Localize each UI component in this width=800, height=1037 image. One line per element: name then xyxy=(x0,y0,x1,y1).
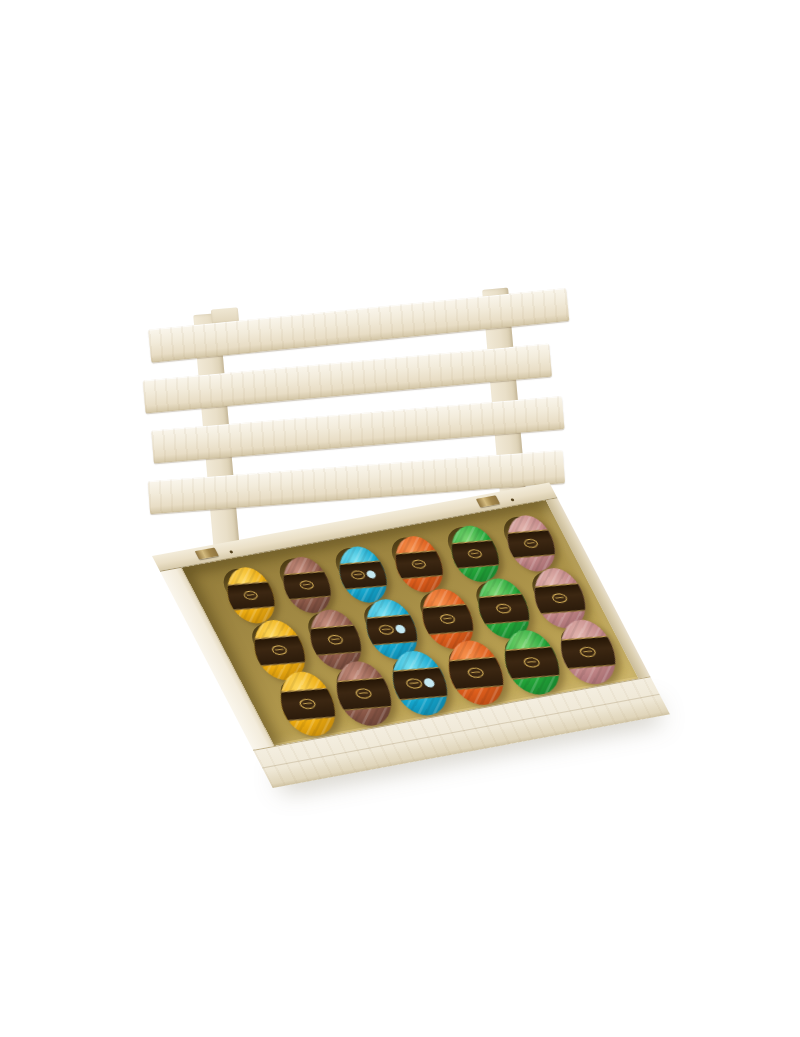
chocolate-egg-rose xyxy=(505,513,558,575)
gold-crest-icon xyxy=(298,699,317,710)
chocolate-egg-rose xyxy=(558,617,618,689)
gold-crest-icon xyxy=(550,593,568,604)
egg-label-band xyxy=(336,560,389,590)
hinge-left-icon xyxy=(195,547,219,559)
lid-slats xyxy=(137,279,565,316)
egg-label-band xyxy=(224,581,277,611)
gold-crest-icon xyxy=(466,668,485,679)
gold-crest-icon xyxy=(242,591,259,601)
screw-dot xyxy=(229,550,233,553)
gold-crest-icon xyxy=(522,658,541,669)
gold-crest-icon xyxy=(326,635,344,646)
gold-crest-icon xyxy=(410,560,427,570)
egg-label-band xyxy=(505,529,558,559)
gold-crest-icon xyxy=(494,604,512,615)
egg-label-band xyxy=(475,593,531,625)
hinge-right-icon xyxy=(476,495,500,507)
gold-crest-icon xyxy=(376,625,394,636)
gold-crest-icon xyxy=(438,614,456,625)
egg-label-band xyxy=(363,613,419,645)
egg-label-band xyxy=(307,624,363,656)
egg-label-band xyxy=(448,539,501,569)
product-photo xyxy=(0,0,800,1037)
gold-crest-icon xyxy=(270,645,288,656)
egg-label-band xyxy=(419,603,475,635)
gold-crest-icon xyxy=(349,571,366,581)
pale-blue-sticker-icon xyxy=(393,624,406,633)
gold-crest-icon xyxy=(522,539,539,549)
pale-blue-sticker-icon xyxy=(422,678,436,688)
box-lid xyxy=(137,279,583,516)
gold-crest-icon xyxy=(404,679,423,690)
gold-crest-icon xyxy=(298,581,315,591)
egg-label-band xyxy=(531,582,587,614)
egg-label-band xyxy=(280,571,333,601)
gold-crest-icon xyxy=(354,689,373,700)
egg-label-band xyxy=(251,634,307,666)
pale-blue-sticker-icon xyxy=(364,570,376,579)
gold-crest-icon xyxy=(466,550,483,560)
screw-dot xyxy=(510,498,514,501)
gold-crest-icon xyxy=(578,647,597,658)
egg-label-band xyxy=(392,550,445,580)
egg-label-band xyxy=(558,636,618,671)
